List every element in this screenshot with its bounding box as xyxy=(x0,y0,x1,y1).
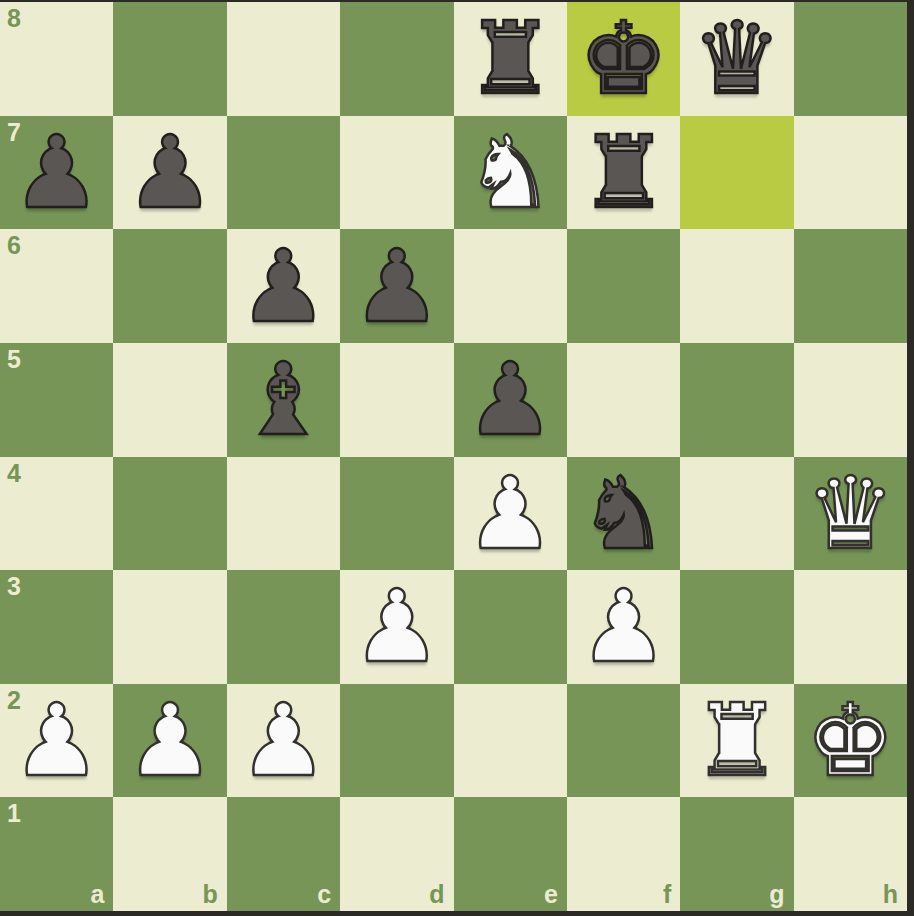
square-e5[interactable]: ♟ xyxy=(454,343,567,457)
square-b6[interactable] xyxy=(113,229,226,343)
square-h5[interactable] xyxy=(794,343,907,457)
square-b2[interactable]: ♟ xyxy=(113,684,226,798)
square-h3[interactable] xyxy=(794,570,907,684)
square-g3[interactable] xyxy=(680,570,793,684)
black-rook[interactable]: ♜ xyxy=(465,2,555,115)
square-a7[interactable]: 7♟ xyxy=(0,116,113,230)
white-queen[interactable]: ♛ xyxy=(805,457,895,570)
black-pawn[interactable]: ♟ xyxy=(352,230,442,343)
square-h6[interactable] xyxy=(794,229,907,343)
square-h4[interactable]: ♛ xyxy=(794,457,907,571)
square-f2[interactable] xyxy=(567,684,680,798)
file-label-c: c xyxy=(317,882,331,907)
square-b4[interactable] xyxy=(113,457,226,571)
square-e6[interactable] xyxy=(454,229,567,343)
rank-label-6: 6 xyxy=(7,233,21,258)
square-e7[interactable]: ♞ xyxy=(454,116,567,230)
white-pawn[interactable]: ♟ xyxy=(12,684,102,797)
file-label-a: a xyxy=(90,882,104,907)
square-d3[interactable]: ♟ xyxy=(340,570,453,684)
square-c4[interactable] xyxy=(227,457,340,571)
square-h7[interactable] xyxy=(794,116,907,230)
square-a8[interactable]: 8 xyxy=(0,2,113,116)
square-f1[interactable]: f xyxy=(567,797,680,911)
square-d6[interactable]: ♟ xyxy=(340,229,453,343)
square-g7[interactable] xyxy=(680,116,793,230)
square-d8[interactable] xyxy=(340,2,453,116)
square-f6[interactable] xyxy=(567,229,680,343)
square-a3[interactable]: 3 xyxy=(0,570,113,684)
square-f7[interactable]: ♜ xyxy=(567,116,680,230)
file-label-f: f xyxy=(663,882,671,907)
square-e8[interactable]: ♜ xyxy=(454,2,567,116)
black-rook[interactable]: ♜ xyxy=(579,116,669,229)
black-queen[interactable]: ♛ xyxy=(692,2,782,115)
file-label-e: e xyxy=(544,882,558,907)
rank-label-5: 5 xyxy=(7,347,21,372)
square-b5[interactable] xyxy=(113,343,226,457)
square-b8[interactable] xyxy=(113,2,226,116)
square-a5[interactable]: 5 xyxy=(0,343,113,457)
white-king[interactable]: ♚ xyxy=(805,684,895,797)
square-d1[interactable]: d xyxy=(340,797,453,911)
square-f3[interactable]: ♟ xyxy=(567,570,680,684)
black-king[interactable]: ♚ xyxy=(579,2,669,115)
square-c2[interactable]: ♟ xyxy=(227,684,340,798)
square-d7[interactable] xyxy=(340,116,453,230)
square-f5[interactable] xyxy=(567,343,680,457)
square-g4[interactable] xyxy=(680,457,793,571)
square-g8[interactable]: ♛ xyxy=(680,2,793,116)
square-d5[interactable] xyxy=(340,343,453,457)
white-rook[interactable]: ♜ xyxy=(692,684,782,797)
black-pawn[interactable]: ♟ xyxy=(465,343,555,456)
white-knight[interactable]: ♞ xyxy=(465,116,555,229)
file-label-g: g xyxy=(769,882,784,907)
square-h8[interactable] xyxy=(794,2,907,116)
black-pawn[interactable]: ♟ xyxy=(239,230,329,343)
square-g1[interactable]: g xyxy=(680,797,793,911)
black-knight[interactable]: ♞ xyxy=(579,457,669,570)
square-b7[interactable]: ♟ xyxy=(113,116,226,230)
square-c6[interactable]: ♟ xyxy=(227,229,340,343)
rank-label-1: 1 xyxy=(7,801,21,826)
rank-label-4: 4 xyxy=(7,461,21,486)
black-pawn[interactable]: ♟ xyxy=(125,116,215,229)
square-f8[interactable]: ♚ xyxy=(567,2,680,116)
square-h2[interactable]: ♚ xyxy=(794,684,907,798)
square-c8[interactable] xyxy=(227,2,340,116)
square-e3[interactable] xyxy=(454,570,567,684)
square-d4[interactable] xyxy=(340,457,453,571)
rank-label-7: 7 xyxy=(7,120,21,145)
rank-label-3: 3 xyxy=(7,574,21,599)
square-h1[interactable]: h xyxy=(794,797,907,911)
square-c5[interactable]: ♝ xyxy=(227,343,340,457)
square-e1[interactable]: e xyxy=(454,797,567,911)
square-b1[interactable]: b xyxy=(113,797,226,911)
black-bishop[interactable]: ♝ xyxy=(239,343,329,456)
square-a6[interactable]: 6 xyxy=(0,229,113,343)
square-e4[interactable]: ♟ xyxy=(454,457,567,571)
square-e2[interactable] xyxy=(454,684,567,798)
file-label-d: d xyxy=(429,882,444,907)
square-g6[interactable] xyxy=(680,229,793,343)
file-label-b: b xyxy=(202,882,217,907)
square-f4[interactable]: ♞ xyxy=(567,457,680,571)
square-a2[interactable]: 2♟ xyxy=(0,684,113,798)
white-pawn[interactable]: ♟ xyxy=(579,570,669,683)
square-c1[interactable]: c xyxy=(227,797,340,911)
rank-label-2: 2 xyxy=(7,688,21,713)
square-a4[interactable]: 4 xyxy=(0,457,113,571)
square-g2[interactable]: ♜ xyxy=(680,684,793,798)
black-pawn[interactable]: ♟ xyxy=(12,116,102,229)
square-c7[interactable] xyxy=(227,116,340,230)
white-pawn[interactable]: ♟ xyxy=(352,570,442,683)
rank-label-8: 8 xyxy=(7,6,21,31)
white-pawn[interactable]: ♟ xyxy=(465,457,555,570)
square-c3[interactable] xyxy=(227,570,340,684)
square-a1[interactable]: 1a xyxy=(0,797,113,911)
white-pawn[interactable]: ♟ xyxy=(125,684,215,797)
file-label-h: h xyxy=(883,882,898,907)
chess-board: 8♜♚♛7♟♟♞♜6♟♟5♝♟4♟♞♛3♟♟2♟♟♟♜♚1abcdefgh xyxy=(0,2,907,911)
square-g5[interactable] xyxy=(680,343,793,457)
square-b3[interactable] xyxy=(113,570,226,684)
white-pawn[interactable]: ♟ xyxy=(239,684,329,797)
square-d2[interactable] xyxy=(340,684,453,798)
